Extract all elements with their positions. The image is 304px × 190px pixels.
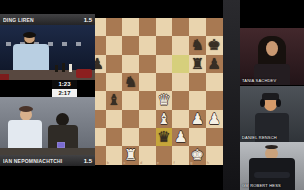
- table-piece: [55, 65, 58, 72]
- square-h1[interactable]: h: [206, 146, 223, 164]
- file-coordinate-e: e: [157, 161, 159, 165]
- square-d8[interactable]: [139, 18, 156, 36]
- square-g5[interactable]: [189, 73, 206, 91]
- player-top-shirt: [13, 44, 49, 72]
- file-coordinate-f: f: [173, 161, 174, 165]
- square-d6[interactable]: [139, 55, 156, 73]
- commentator-1-face: [266, 41, 278, 56]
- square-f6[interactable]: [172, 55, 189, 73]
- square-f2[interactable]: ♟: [172, 128, 189, 146]
- square-f4[interactable]: [172, 91, 189, 109]
- square-h4[interactable]: [206, 91, 223, 109]
- square-b5[interactable]: [106, 73, 123, 91]
- player-top-video: [0, 25, 95, 80]
- red-chair: [76, 69, 92, 78]
- commentator-2-headphones-icon: [260, 99, 265, 107]
- square-f3[interactable]: [172, 110, 189, 128]
- file-coordinate-h: h: [207, 161, 209, 165]
- player-bottom-score: 1.5: [84, 158, 92, 164]
- square-f1[interactable]: f: [172, 146, 189, 164]
- square-e2[interactable]: ♛: [156, 128, 173, 146]
- player-top-namebar: DING LIREN 1.5: [0, 14, 95, 25]
- clock-bottom: 2:17: [52, 89, 77, 98]
- square-g4[interactable]: [189, 91, 206, 109]
- piece-white-bishop-e3[interactable]: ♝: [156, 110, 173, 128]
- commentator-2-nametag: DANIEL RENSCH: [242, 135, 277, 140]
- square-d4[interactable]: [139, 91, 156, 109]
- square-e7[interactable]: [156, 36, 173, 54]
- square-b7[interactable]: [106, 36, 123, 54]
- commentator-3-nametag: GM ROBERT HESS: [242, 183, 281, 188]
- square-b3[interactable]: [106, 110, 123, 128]
- commentator-2-headphones-icon: [276, 99, 281, 107]
- square-b2[interactable]: [106, 128, 123, 146]
- square-c8[interactable]: [122, 18, 139, 36]
- square-h7[interactable]: ♚: [206, 36, 223, 54]
- board-right-margin: [223, 0, 240, 190]
- piece-black-king-h7[interactable]: ♚: [206, 36, 223, 54]
- square-b8[interactable]: [106, 18, 123, 36]
- square-e8[interactable]: [156, 18, 173, 36]
- square-c1[interactable]: ♜c: [122, 146, 139, 164]
- square-c5[interactable]: ♞: [122, 73, 139, 91]
- piece-white-pawn-f2[interactable]: ♟: [172, 128, 189, 146]
- square-g6[interactable]: ♜: [189, 55, 206, 73]
- table-piece: [69, 64, 72, 72]
- square-b4[interactable]: ♝: [106, 91, 123, 109]
- player-bottom-name: IAN NEPOMNIACHTCHI: [3, 158, 84, 164]
- commentator-1-nametag: TANIA SACHDEV: [242, 78, 276, 83]
- piece-black-knight-g7[interactable]: ♞: [189, 36, 206, 54]
- sponsor-badge-icon: [57, 142, 65, 148]
- file-coordinate-c: c: [123, 161, 125, 165]
- file-coordinate-b: b: [107, 161, 109, 165]
- square-h6[interactable]: ♟: [206, 55, 223, 73]
- square-h2[interactable]: [206, 128, 223, 146]
- square-e5[interactable]: [156, 73, 173, 91]
- piece-white-queen-e4[interactable]: ♛: [156, 91, 173, 109]
- piece-black-pawn-h6[interactable]: ♟: [206, 55, 223, 73]
- square-f8[interactable]: [172, 18, 189, 36]
- square-g8[interactable]: [189, 18, 206, 36]
- square-e4[interactable]: ♛: [156, 91, 173, 109]
- square-h3[interactable]: ♟: [206, 110, 223, 128]
- square-c2[interactable]: [122, 128, 139, 146]
- table-piece: [62, 63, 65, 72]
- square-g1[interactable]: ♚g: [189, 146, 206, 164]
- square-h8[interactable]: [206, 18, 223, 36]
- file-coordinate-g: g: [190, 161, 192, 165]
- square-g3[interactable]: ♟: [189, 110, 206, 128]
- square-h5[interactable]: [206, 73, 223, 91]
- square-f5[interactable]: [172, 73, 189, 91]
- square-c3[interactable]: [122, 110, 139, 128]
- square-g7[interactable]: ♞: [189, 36, 206, 54]
- square-b6[interactable]: [106, 55, 123, 73]
- player-top-hair: [23, 32, 36, 38]
- player-bottom-video: [0, 97, 95, 155]
- player-bottom-shirt: [8, 120, 42, 150]
- square-d2[interactable]: [139, 128, 156, 146]
- commentator-2-video: DANIEL RENSCH: [240, 86, 304, 142]
- square-d3[interactable]: [139, 110, 156, 128]
- commentator-1-video: TANIA SACHDEV: [240, 28, 304, 85]
- commentator-3-video: GM ROBERT HESS: [240, 142, 304, 190]
- square-d1[interactable]: d: [139, 146, 156, 164]
- piece-white-pawn-g3[interactable]: ♟: [189, 110, 206, 128]
- broadcast-frame: ♞♚♟♜♟♞♝♛♝♟♟♛♟ab♜cdef♚gh DING LIREN 1.5 1…: [0, 0, 304, 190]
- piece-black-queen-e2[interactable]: ♛: [156, 128, 173, 146]
- player-bottom-namebar: IAN NEPOMNIACHTCHI 1.5: [0, 155, 95, 166]
- red-object: [0, 74, 9, 80]
- square-b1[interactable]: b: [106, 146, 123, 164]
- square-c7[interactable]: [122, 36, 139, 54]
- players-panel: DING LIREN 1.5 1:23 2:17 IA: [0, 0, 95, 190]
- piece-black-rook-g6[interactable]: ♜: [189, 55, 206, 73]
- clock-top: 1:23: [52, 80, 77, 89]
- square-d5[interactable]: [139, 73, 156, 91]
- square-d7[interactable]: [139, 36, 156, 54]
- player-top-score: 1.5: [84, 17, 92, 23]
- chess-board: ♞♚♟♜♟♞♝♛♝♟♟♛♟ab♜cdef♚gh: [89, 18, 223, 165]
- commentators-panel: TANIA SACHDEV DANIEL RENSCH GM ROBERT HE…: [240, 0, 304, 190]
- square-e3[interactable]: ♝: [156, 110, 173, 128]
- piece-white-pawn-h3[interactable]: ♟: [206, 110, 223, 128]
- piece-black-bishop-b4[interactable]: ♝: [106, 91, 123, 109]
- chess-table: [0, 148, 95, 155]
- square-e6[interactable]: [156, 55, 173, 73]
- square-c4[interactable]: [122, 91, 139, 109]
- crossed-arms: [254, 172, 290, 178]
- commentator-3-hair: [265, 145, 278, 149]
- player-bottom-hair: [19, 106, 33, 112]
- player-top-name: DING LIREN: [3, 17, 84, 23]
- square-g2[interactable]: [189, 128, 206, 146]
- square-e1[interactable]: e: [156, 146, 173, 164]
- square-c6[interactable]: [122, 55, 139, 73]
- file-coordinate-d: d: [140, 161, 142, 165]
- piece-black-knight-c5[interactable]: ♞: [122, 73, 139, 91]
- square-f7[interactable]: [172, 36, 189, 54]
